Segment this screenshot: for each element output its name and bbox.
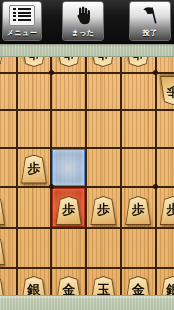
resign-button[interactable]: 投了 [130,2,170,40]
piece-角-8h[interactable]: 角 [0,236,6,265]
piece-歩-5g[interactable]: 歩 [89,196,117,225]
app-screen: メニュー まった 投了 歩歩歩歩歩歩歩歩歩歩歩歩角桂銀金玉金銀 [0,0,174,310]
resign-label: 投了 [143,29,158,37]
grid-line-vertical [16,56,18,295]
star-point [49,70,54,75]
grid-line-horizontal [0,109,174,111]
menu-list-icon [13,8,31,22]
piece-歩-3g[interactable]: 歩 [159,196,174,225]
piece-kanji: 歩 [0,203,6,217]
grid-line-horizontal [0,147,174,149]
piece-歩-4g[interactable]: 歩 [124,196,152,225]
hand-icon [74,5,93,26]
grid-line-horizontal [0,186,174,188]
grid-line-vertical [85,56,87,295]
menu-button-label: メニュー [7,29,38,37]
shogi-board[interactable]: 歩歩歩歩歩歩歩歩歩歩歩歩角桂銀金玉金銀 [0,43,174,310]
grid-line-horizontal [0,227,174,229]
grid-line-horizontal [0,267,174,269]
move-target-square-6f[interactable] [51,148,86,187]
piece-歩-7f[interactable]: 歩 [20,155,48,184]
piece-歩-6g[interactable]: 歩 [55,196,83,225]
piece-kanji: 歩 [20,162,48,176]
star-point [49,184,54,189]
star-point [153,70,158,75]
grid-line-vertical [155,56,157,295]
piece-kanji: 歩 [159,203,174,217]
undo-matta-label: まった [72,29,95,37]
piece-kanji: 歩 [124,203,152,217]
tatami-strip-bottom [0,295,174,310]
piece-歩-8g[interactable]: 歩 [0,196,6,225]
piece-kanji: 歩 [55,203,83,217]
grid-line-horizontal [0,72,174,74]
tatami-strip-top [0,43,174,57]
menu-button[interactable]: メニュー [3,2,41,40]
grid-line-vertical [120,56,122,295]
star-point [153,184,158,189]
toolbar: メニュー まった 投了 [0,0,174,44]
undo-matta-button[interactable]: まった [63,2,103,40]
piece-kanji: 歩 [89,203,117,217]
piece-kanji: 歩 [159,84,174,98]
flag-icon [140,5,160,25]
piece-歩-3d[interactable]: 歩 [159,76,174,105]
grid-line-vertical [50,56,52,295]
piece-kanji: 角 [0,243,6,257]
